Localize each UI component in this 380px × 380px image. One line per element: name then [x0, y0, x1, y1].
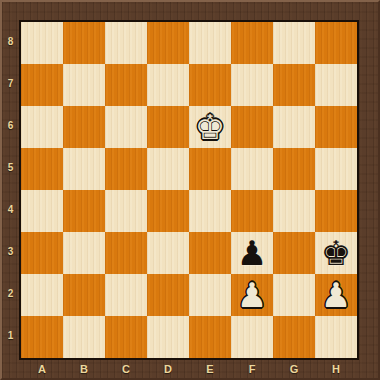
square-g4[interactable]: [273, 190, 315, 232]
square-f2[interactable]: ♟: [231, 274, 273, 316]
rank-label-2: 2: [2, 273, 19, 315]
file-label-g: G: [273, 360, 315, 380]
square-c6[interactable]: [105, 106, 147, 148]
square-b3[interactable]: [63, 232, 105, 274]
square-c8[interactable]: [105, 22, 147, 64]
square-f7[interactable]: [231, 64, 273, 106]
square-e6[interactable]: ♚: [189, 106, 231, 148]
white-pawn[interactable]: ♟: [315, 274, 357, 316]
square-h1[interactable]: [315, 316, 357, 358]
square-g2[interactable]: [273, 274, 315, 316]
square-h7[interactable]: [315, 64, 357, 106]
square-b8[interactable]: [63, 22, 105, 64]
square-d4[interactable]: [147, 190, 189, 232]
square-e7[interactable]: [189, 64, 231, 106]
square-b4[interactable]: [63, 190, 105, 232]
file-label-b: B: [63, 360, 105, 380]
square-c5[interactable]: [105, 148, 147, 190]
square-b7[interactable]: [63, 64, 105, 106]
rank-label-7: 7: [2, 63, 19, 105]
square-c2[interactable]: [105, 274, 147, 316]
square-c7[interactable]: [105, 64, 147, 106]
square-d8[interactable]: [147, 22, 189, 64]
square-a1[interactable]: [21, 316, 63, 358]
square-h3[interactable]: ♚: [315, 232, 357, 274]
square-g3[interactable]: [273, 232, 315, 274]
chess-position-screenshot: ♚♟♚♟♟ 87654321ABCDEFGH: [0, 0, 380, 380]
square-f5[interactable]: [231, 148, 273, 190]
square-a8[interactable]: [21, 22, 63, 64]
square-g1[interactable]: [273, 316, 315, 358]
square-f6[interactable]: [231, 106, 273, 148]
white-pawn[interactable]: ♟: [231, 274, 273, 316]
square-e5[interactable]: [189, 148, 231, 190]
square-h8[interactable]: [315, 22, 357, 64]
square-b6[interactable]: [63, 106, 105, 148]
square-a2[interactable]: [21, 274, 63, 316]
chess-board: ♚♟♚♟♟: [19, 20, 359, 360]
square-a7[interactable]: [21, 64, 63, 106]
square-g5[interactable]: [273, 148, 315, 190]
file-label-h: H: [315, 360, 357, 380]
square-g7[interactable]: [273, 64, 315, 106]
square-a6[interactable]: [21, 106, 63, 148]
square-h5[interactable]: [315, 148, 357, 190]
file-label-a: A: [21, 360, 63, 380]
square-c4[interactable]: [105, 190, 147, 232]
square-f3[interactable]: ♟: [231, 232, 273, 274]
square-f8[interactable]: [231, 22, 273, 64]
square-d1[interactable]: [147, 316, 189, 358]
rank-label-8: 8: [2, 21, 19, 63]
square-c3[interactable]: [105, 232, 147, 274]
square-a4[interactable]: [21, 190, 63, 232]
square-f1[interactable]: [231, 316, 273, 358]
square-e3[interactable]: [189, 232, 231, 274]
file-label-d: D: [147, 360, 189, 380]
square-d6[interactable]: [147, 106, 189, 148]
file-label-e: E: [189, 360, 231, 380]
square-e1[interactable]: [189, 316, 231, 358]
square-a3[interactable]: [21, 232, 63, 274]
square-f4[interactable]: [231, 190, 273, 232]
rank-label-6: 6: [2, 105, 19, 147]
square-d5[interactable]: [147, 148, 189, 190]
square-d2[interactable]: [147, 274, 189, 316]
square-e2[interactable]: [189, 274, 231, 316]
square-e8[interactable]: [189, 22, 231, 64]
square-h4[interactable]: [315, 190, 357, 232]
square-b1[interactable]: [63, 316, 105, 358]
file-label-c: C: [105, 360, 147, 380]
square-c1[interactable]: [105, 316, 147, 358]
square-b2[interactable]: [63, 274, 105, 316]
square-e4[interactable]: [189, 190, 231, 232]
square-h2[interactable]: ♟: [315, 274, 357, 316]
white-king[interactable]: ♚: [189, 106, 231, 148]
square-d3[interactable]: [147, 232, 189, 274]
rank-label-3: 3: [2, 231, 19, 273]
black-king[interactable]: ♚: [315, 232, 357, 274]
square-b5[interactable]: [63, 148, 105, 190]
black-pawn[interactable]: ♟: [231, 232, 273, 274]
square-a5[interactable]: [21, 148, 63, 190]
square-g6[interactable]: [273, 106, 315, 148]
square-g8[interactable]: [273, 22, 315, 64]
rank-label-5: 5: [2, 147, 19, 189]
square-d7[interactable]: [147, 64, 189, 106]
rank-label-1: 1: [2, 315, 19, 357]
file-label-f: F: [231, 360, 273, 380]
rank-label-4: 4: [2, 189, 19, 231]
square-h6[interactable]: [315, 106, 357, 148]
